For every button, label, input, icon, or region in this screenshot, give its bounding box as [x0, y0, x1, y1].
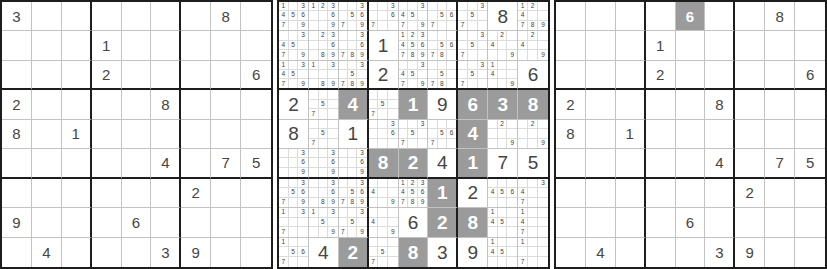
cell-r5c7[interactable] — [735, 120, 765, 149]
cell-r1c9[interactable] — [241, 2, 271, 31]
cell-r5c1[interactable]: 8 — [279, 120, 309, 149]
cell-r9c4[interactable]: 57 — [369, 238, 399, 267]
cell-r5c5[interactable] — [676, 120, 706, 149]
pencil-digit: 6 — [298, 188, 308, 197]
pencil-digit: 2 — [528, 120, 538, 129]
cell-r7c4[interactable] — [646, 179, 676, 208]
pencil-digit: 7 — [339, 21, 348, 30]
cell-r6c3[interactable] — [616, 149, 646, 178]
cell-r7c9[interactable] — [241, 179, 271, 208]
cell-r3c7[interactable]: 357 — [458, 61, 488, 90]
cell-r5c3[interactable]: 1 — [62, 120, 92, 149]
cell-r4c6[interactable]: 8 — [705, 90, 735, 119]
cell-r6c1[interactable] — [556, 149, 586, 178]
cell-r4c3[interactable] — [62, 90, 92, 119]
cell-r4c1[interactable]: 2 — [2, 90, 32, 119]
cell-r9c8[interactable]: 145 — [488, 238, 518, 267]
cell-r1c2[interactable]: 12369 — [309, 2, 339, 31]
cell-r1c5[interactable]: 6 — [676, 2, 706, 31]
pencil-digit: 5 — [438, 11, 447, 20]
cell-r2c1[interactable]: 34579 — [279, 31, 309, 60]
pencil-digit: 3 — [538, 179, 548, 188]
cell-r2c4[interactable]: 1 — [646, 31, 676, 60]
cell-r5c2[interactable] — [32, 120, 62, 149]
cell-r1c2[interactable] — [586, 2, 616, 31]
cell-r3c5[interactable] — [676, 61, 706, 90]
cell-r6c3[interactable] — [62, 149, 92, 178]
cell-r2c1[interactable] — [2, 31, 32, 60]
cell-r4c5[interactable]: 1 — [399, 90, 429, 119]
cell-r2c8[interactable] — [765, 31, 795, 60]
cell-r2c3[interactable] — [616, 31, 646, 60]
cell-r4c1[interactable]: 2 — [556, 90, 586, 119]
given-digit: 2 — [467, 183, 478, 202]
cell-r9c9[interactable]: 17 — [518, 238, 548, 267]
cell-r6c1[interactable]: 369 — [279, 149, 309, 178]
pencil-marks: 249 — [488, 31, 517, 59]
cell-r3c4[interactable]: 2 — [92, 61, 122, 90]
cell-r4c9[interactable]: 8 — [518, 90, 548, 119]
cell-r2c8[interactable] — [211, 31, 241, 60]
cell-r6c7[interactable]: 1 — [458, 149, 488, 178]
cell-r4c9[interactable] — [795, 90, 825, 119]
cell-r1c3[interactable]: 35679 — [339, 2, 369, 31]
cell-r4c8[interactable] — [765, 90, 795, 119]
given-digit: 7 — [221, 155, 229, 170]
cell-r7c5[interactable]: 123456789 — [399, 179, 429, 208]
cell-r8c9[interactable] — [795, 208, 825, 237]
cell-r9c8[interactable] — [765, 238, 795, 267]
cell-r7c2[interactable] — [586, 179, 616, 208]
cell-r4c2[interactable]: 57 — [309, 90, 339, 119]
pencil-digit: 9 — [538, 21, 548, 30]
cell-r2c9[interactable] — [241, 31, 271, 60]
cell-r8c3[interactable] — [616, 208, 646, 237]
cell-r8c5[interactable]: 6 — [399, 208, 429, 237]
cell-r2c9[interactable]: 249 — [518, 31, 548, 60]
pencil-digit: 5 — [438, 70, 447, 79]
given-digit: 1 — [102, 38, 110, 53]
cell-r9c1[interactable] — [2, 238, 32, 267]
cell-r6c7[interactable] — [181, 149, 211, 178]
cell-r5c6[interactable]: 567 — [428, 120, 458, 149]
cell-r8c6[interactable]: 2 — [428, 208, 458, 237]
pencil-marks: 369 — [279, 149, 308, 176]
cell-r9c6[interactable]: 3 — [428, 238, 458, 267]
cell-r9c6[interactable]: 3 — [151, 238, 181, 267]
cell-r1c1[interactable]: 3 — [2, 2, 32, 31]
cell-r5c6[interactable] — [151, 120, 181, 149]
cell-r1c1[interactable] — [556, 2, 586, 31]
given-digit: 3 — [161, 245, 169, 260]
cell-r6c6[interactable]: 4 — [151, 149, 181, 178]
cell-r3c5[interactable] — [122, 61, 152, 90]
cell-r6c9[interactable]: 5 — [241, 149, 271, 178]
cell-r9c9[interactable] — [795, 238, 825, 267]
pencil-digit: 5 — [438, 129, 447, 138]
cell-r5c9[interactable]: 29 — [518, 120, 548, 149]
cell-r3c3[interactable] — [616, 61, 646, 90]
cell-r5c5[interactable] — [122, 120, 152, 149]
cell-r3c5[interactable]: 34579 — [399, 61, 429, 90]
cell-r6c4[interactable]: 8 — [369, 149, 399, 178]
cell-r2c6[interactable] — [705, 31, 735, 60]
cell-r4c3[interactable]: 4 — [339, 90, 369, 119]
sudoku-board-right: 68126288147526439 — [554, 0, 827, 269]
cell-r8c3[interactable]: 3579 — [339, 208, 369, 237]
cell-r6c6[interactable]: 4 — [705, 149, 735, 178]
cell-r7c6[interactable]: 1 — [428, 179, 458, 208]
cell-r7c1[interactable]: 35679 — [279, 179, 309, 208]
cell-r2c2[interactable] — [586, 31, 616, 60]
cell-r5c1[interactable]: 8 — [556, 120, 586, 149]
cell-r3c3[interactable] — [62, 61, 92, 90]
cell-r9c4[interactable] — [646, 238, 676, 267]
pencil-digit: 9 — [328, 198, 338, 207]
cell-r4c4[interactable]: 57 — [369, 90, 399, 119]
cell-r8c8[interactable] — [211, 208, 241, 237]
cell-r7c1[interactable] — [2, 179, 32, 208]
cell-r5c3[interactable]: 1 — [616, 120, 646, 149]
solved-digit: 3 — [497, 95, 508, 114]
cell-r8c2[interactable] — [586, 208, 616, 237]
solved-digit: 2 — [437, 213, 448, 232]
cell-r7c3[interactable]: 356789 — [339, 179, 369, 208]
cell-r8c3[interactable] — [62, 208, 92, 237]
cell-r4c6[interactable]: 9 — [428, 90, 458, 119]
cell-r7c3[interactable] — [616, 179, 646, 208]
cell-r2c9[interactable] — [795, 31, 825, 60]
cell-r2c2[interactable] — [32, 31, 62, 60]
cell-r9c5[interactable] — [676, 238, 706, 267]
cell-r1c7[interactable] — [735, 2, 765, 31]
cell-r5c8[interactable]: 29 — [488, 120, 518, 149]
cell-r8c4[interactable] — [92, 208, 122, 237]
cell-r8c4[interactable]: 49 — [369, 208, 399, 237]
cell-r1c8[interactable]: 8 — [765, 2, 795, 31]
given-digit: 2 — [192, 185, 200, 200]
cell-r2c3[interactable]: 36789 — [339, 31, 369, 60]
cell-r8c6[interactable] — [151, 208, 181, 237]
pencil-marks: 12369 — [309, 2, 338, 30]
pencil-digit: 9 — [357, 50, 366, 59]
cell-r6c3[interactable]: 369 — [339, 149, 369, 178]
cell-r9c2[interactable]: 4 — [586, 238, 616, 267]
pencil-digit: 2 — [498, 120, 508, 129]
cell-r6c5[interactable] — [122, 149, 152, 178]
pencil-digit: 5 — [319, 100, 329, 109]
cell-r7c9[interactable]: 347 — [518, 179, 548, 208]
cell-r9c7[interactable]: 9 — [458, 238, 488, 267]
cell-r9c2[interactable]: 4 — [309, 238, 339, 267]
cell-r1c4[interactable] — [646, 2, 676, 31]
cell-r9c6[interactable]: 3 — [705, 238, 735, 267]
cell-r3c6[interactable] — [705, 61, 735, 90]
cell-r9c5[interactable] — [122, 238, 152, 267]
pencil-digit: 7 — [279, 21, 289, 30]
cell-r1c9[interactable]: 124789 — [518, 2, 548, 31]
cell-r3c4[interactable]: 2 — [369, 61, 399, 90]
cell-r5c7[interactable]: 4 — [458, 120, 488, 149]
cell-r4c7[interactable] — [735, 90, 765, 119]
cell-r9c3[interactable]: 2 — [339, 238, 369, 267]
pencil-marks: 36789 — [339, 31, 367, 59]
cell-r8c5[interactable]: 6 — [122, 208, 152, 237]
cell-r7c7[interactable]: 2 — [735, 179, 765, 208]
cell-r4c4[interactable] — [646, 90, 676, 119]
cell-r1c1[interactable]: 1345679 — [279, 2, 309, 31]
pencil-marks: 49 — [369, 208, 398, 236]
cell-r2c4[interactable]: 1 — [92, 31, 122, 60]
cell-r9c1[interactable] — [556, 238, 586, 267]
pencil-digit: 3 — [298, 2, 308, 11]
pencil-digit: 7 — [369, 21, 379, 30]
cell-r4c2[interactable] — [32, 90, 62, 119]
cell-r7c3[interactable] — [62, 179, 92, 208]
cell-r8c1[interactable]: 9 — [2, 208, 32, 237]
pencil-digit: 5 — [408, 129, 418, 138]
cell-r5c3[interactable]: 1 — [339, 120, 369, 149]
cell-r9c7[interactable]: 9 — [181, 238, 211, 267]
cell-r3c7[interactable] — [181, 61, 211, 90]
given-digit: 6 — [806, 67, 814, 82]
cell-r8c7[interactable] — [181, 208, 211, 237]
cell-r8c9[interactable]: 147 — [518, 208, 548, 237]
cell-r1c7[interactable] — [181, 2, 211, 31]
given-digit: 8 — [566, 126, 574, 141]
cell-r3c7[interactable] — [735, 61, 765, 90]
cell-r1c6[interactable] — [151, 2, 181, 31]
pencil-marks: 123456789 — [399, 31, 428, 59]
cell-r1c7[interactable]: 357 — [458, 2, 488, 31]
cell-r4c8[interactable] — [211, 90, 241, 119]
cell-r8c5[interactable]: 6 — [676, 208, 706, 237]
cell-r7c4[interactable]: 49 — [369, 179, 399, 208]
cell-r4c5[interactable] — [676, 90, 706, 119]
cell-r1c3[interactable] — [62, 2, 92, 31]
cell-r8c6[interactable] — [705, 208, 735, 237]
cell-r9c2[interactable]: 4 — [32, 238, 62, 267]
cell-r6c8[interactable]: 7 — [211, 149, 241, 178]
cell-r8c2[interactable]: 1359 — [309, 208, 339, 237]
solved-digit: 8 — [378, 153, 389, 172]
cell-r8c4[interactable] — [646, 208, 676, 237]
cell-r8c8[interactable] — [765, 208, 795, 237]
cell-r1c6[interactable]: 567 — [428, 2, 458, 31]
cell-r7c2[interactable] — [32, 179, 62, 208]
cell-r9c3[interactable] — [616, 238, 646, 267]
pencil-marks: 145 — [488, 208, 517, 236]
cell-r4c3[interactable] — [616, 90, 646, 119]
cell-r7c1[interactable] — [556, 179, 586, 208]
cell-r9c3[interactable] — [62, 238, 92, 267]
cell-r1c6[interactable] — [705, 2, 735, 31]
pencil-digit: 6 — [328, 158, 338, 167]
cell-r6c2[interactable] — [586, 149, 616, 178]
cell-r3c4[interactable]: 2 — [646, 61, 676, 90]
cell-r3c3[interactable]: 35789 — [339, 61, 369, 90]
cell-r5c4[interactable] — [646, 120, 676, 149]
cell-r7c8[interactable] — [765, 179, 795, 208]
cell-r7c5[interactable] — [676, 179, 706, 208]
cell-r4c4[interactable] — [92, 90, 122, 119]
cell-r4c2[interactable] — [586, 90, 616, 119]
cell-r2c5[interactable]: 123456789 — [399, 31, 429, 60]
cell-r9c1[interactable]: 1567 — [279, 238, 309, 267]
cell-r5c5[interactable]: 357 — [399, 120, 429, 149]
cell-r6c5[interactable]: 2 — [399, 149, 429, 178]
cell-r7c8[interactable] — [211, 179, 241, 208]
cell-r2c6[interactable] — [151, 31, 181, 60]
given-digit: 9 — [437, 95, 448, 114]
cell-r3c8[interactable]: 149 — [488, 61, 518, 90]
pencil-digit: 9 — [538, 50, 548, 59]
cell-r2c3[interactable] — [62, 31, 92, 60]
cell-r4c9[interactable] — [241, 90, 271, 119]
cell-r6c9[interactable]: 5 — [518, 149, 548, 178]
cell-r5c2[interactable] — [586, 120, 616, 149]
cell-r1c5[interactable] — [122, 2, 152, 31]
cell-r4c7[interactable] — [181, 90, 211, 119]
cell-r7c6[interactable] — [705, 179, 735, 208]
cell-r2c6[interactable]: 5678 — [428, 31, 458, 60]
pencil-digit: 3 — [418, 31, 428, 40]
cell-r3c1[interactable] — [556, 61, 586, 90]
cell-r7c7[interactable]: 2 — [458, 179, 488, 208]
cell-r7c6[interactable] — [151, 179, 181, 208]
solved-digit: 1 — [437, 183, 448, 202]
cell-r3c6[interactable]: 578 — [428, 61, 458, 90]
cell-r2c8[interactable]: 249 — [488, 31, 518, 60]
given-digit: 2 — [102, 67, 110, 82]
pencil-digit: 9 — [298, 168, 308, 177]
cell-r1c8[interactable]: 8 — [211, 2, 241, 31]
cell-r6c9[interactable]: 5 — [795, 149, 825, 178]
cell-r9c9[interactable] — [241, 238, 271, 267]
cell-r6c1[interactable] — [2, 149, 32, 178]
cell-r8c8[interactable]: 145 — [488, 208, 518, 237]
cell-r7c5[interactable] — [122, 179, 152, 208]
cell-r3c2[interactable]: 1389 — [309, 61, 339, 90]
given-digit: 2 — [566, 97, 574, 112]
pencil-marks: 1359 — [309, 208, 338, 236]
cell-r3c1[interactable] — [2, 61, 32, 90]
cell-r1c5[interactable]: 34579 — [399, 2, 429, 31]
cell-r5c4[interactable]: 36 — [369, 120, 399, 149]
cell-r1c4[interactable] — [92, 2, 122, 31]
cell-r2c5[interactable] — [676, 31, 706, 60]
cell-r4c7[interactable]: 6 — [458, 90, 488, 119]
pencil-digit: 7 — [369, 257, 379, 267]
cell-r1c4[interactable]: 367 — [369, 2, 399, 31]
pencil-digit: 4 — [488, 188, 498, 197]
cell-r3c9[interactable]: 6 — [795, 61, 825, 90]
cell-r8c9[interactable] — [241, 208, 271, 237]
cell-r2c7[interactable]: 357 — [458, 31, 488, 60]
pencil-marks: 3579 — [339, 208, 367, 236]
cell-r2c7[interactable] — [735, 31, 765, 60]
cell-r2c1[interactable] — [556, 31, 586, 60]
pencil-digit: 6 — [447, 11, 456, 20]
pencil-digit: 4 — [279, 41, 289, 50]
cell-r6c2[interactable]: 369 — [309, 149, 339, 178]
cell-r2c7[interactable] — [181, 31, 211, 60]
cell-r1c9[interactable] — [795, 2, 825, 31]
pencil-digit: 9 — [507, 50, 517, 59]
cell-r6c7[interactable] — [735, 149, 765, 178]
cell-r4c6[interactable]: 8 — [151, 90, 181, 119]
cell-r8c1[interactable] — [556, 208, 586, 237]
cell-r3c9[interactable]: 6 — [518, 61, 548, 90]
cell-r8c2[interactable] — [32, 208, 62, 237]
cell-r1c2[interactable] — [32, 2, 62, 31]
cell-r8c7[interactable]: 8 — [458, 208, 488, 237]
cell-r6c8[interactable]: 7 — [488, 149, 518, 178]
cell-r2c2[interactable]: 23689 — [309, 31, 339, 60]
cell-r9c4[interactable] — [92, 238, 122, 267]
cell-r6c2[interactable] — [32, 149, 62, 178]
cell-r1c8[interactable]: 8 — [488, 2, 518, 31]
cell-r4c8[interactable]: 3 — [488, 90, 518, 119]
given-digit: 3 — [437, 243, 448, 262]
cell-r5c6[interactable] — [705, 120, 735, 149]
cell-r3c1[interactable]: 134579 — [279, 61, 309, 90]
cell-r2c4[interactable]: 1 — [369, 31, 399, 60]
cell-r5c8[interactable] — [765, 120, 795, 149]
cell-r5c2[interactable]: 57 — [309, 120, 339, 149]
pencil-digit: 1 — [279, 2, 289, 11]
cell-r1c3[interactable] — [616, 2, 646, 31]
cell-r6c6[interactable]: 4 — [428, 149, 458, 178]
cell-r3c8[interactable] — [765, 61, 795, 90]
pencil-digit: 2 — [498, 31, 508, 40]
cell-r5c7[interactable] — [181, 120, 211, 149]
cell-r5c4[interactable] — [92, 120, 122, 149]
cell-r3c6[interactable] — [151, 61, 181, 90]
cell-r4c1[interactable]: 2 — [279, 90, 309, 119]
cell-r6c4[interactable] — [92, 149, 122, 178]
cell-r7c8[interactable]: 456 — [488, 179, 518, 208]
cell-r5c8[interactable] — [211, 120, 241, 149]
cell-r5c9[interactable] — [241, 120, 271, 149]
cell-r4c5[interactable] — [122, 90, 152, 119]
cell-r9c5[interactable]: 8 — [399, 238, 429, 267]
pencil-digit: 3 — [328, 2, 338, 11]
pencil-digit: 4 — [488, 247, 498, 257]
cell-r3c9[interactable]: 6 — [241, 61, 271, 90]
cell-r3c2[interactable] — [586, 61, 616, 90]
pencil-digit: 5 — [498, 247, 508, 257]
cell-r5c9[interactable] — [795, 120, 825, 149]
cell-r3c8[interactable] — [211, 61, 241, 90]
cell-r6c8[interactable]: 7 — [765, 149, 795, 178]
cell-r7c4[interactable] — [92, 179, 122, 208]
pencil-digit: 6 — [298, 11, 308, 20]
cell-r2c5[interactable] — [122, 31, 152, 60]
cell-r7c2[interactable]: 3689 — [309, 179, 339, 208]
cell-r8c1[interactable]: 137 — [279, 208, 309, 237]
cell-r6c5[interactable] — [676, 149, 706, 178]
cell-r8c7[interactable] — [735, 208, 765, 237]
cell-r5c1[interactable]: 8 — [2, 120, 32, 149]
cell-r6c4[interactable] — [646, 149, 676, 178]
cell-r7c7[interactable]: 2 — [181, 179, 211, 208]
cell-r9c7[interactable]: 9 — [735, 238, 765, 267]
given-digit: 8 — [775, 9, 783, 24]
cell-r3c2[interactable] — [32, 61, 62, 90]
cell-r7c9[interactable] — [795, 179, 825, 208]
cell-r9c8[interactable] — [211, 238, 241, 267]
